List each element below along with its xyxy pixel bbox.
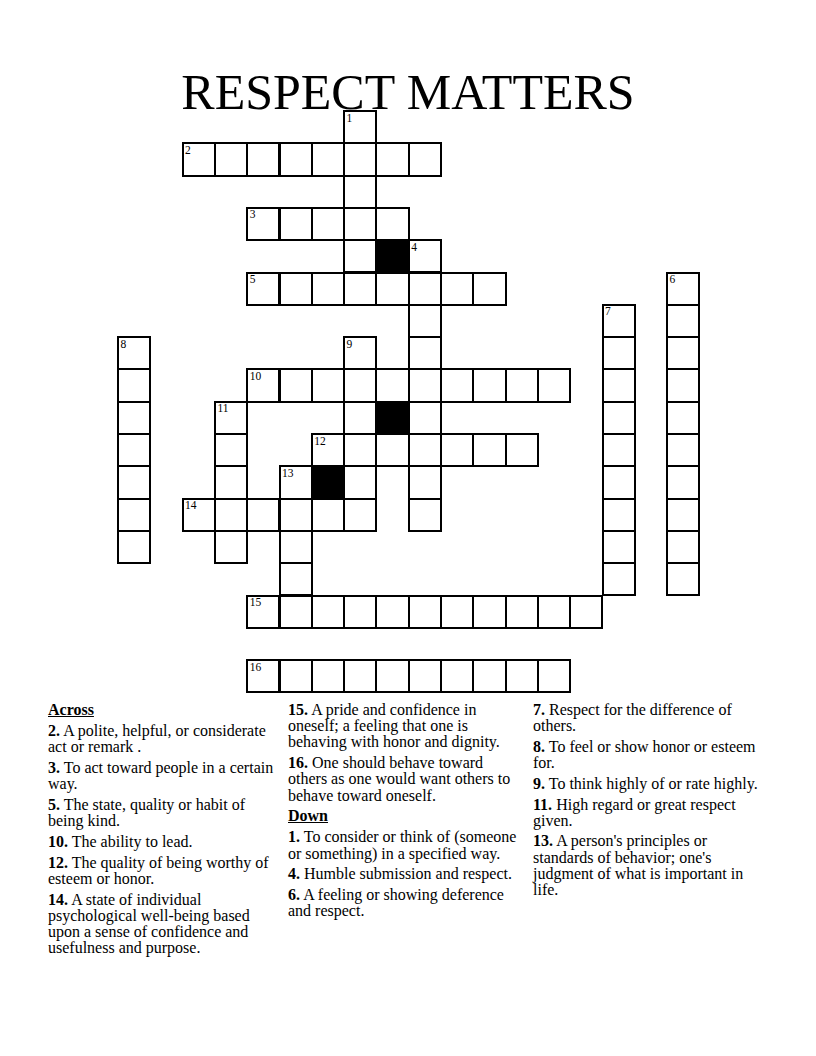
clue-text: To think highly of or rate highly. (549, 775, 758, 792)
clue-number: 7. (533, 701, 545, 718)
clue-text: A polite, helpful, or considerate act or… (48, 722, 266, 755)
cell-number-5: 5 (250, 274, 256, 286)
clue-number: 4. (288, 865, 300, 882)
clue-column-3: 7. Respect for the difference of others.… (533, 702, 761, 903)
grid-cell-r1c3[interactable] (214, 142, 248, 176)
clue-number: 10. (48, 833, 68, 850)
grid-cell-r11c9[interactable] (408, 465, 442, 499)
grid-cell-r9c15[interactable] (602, 401, 636, 435)
grid-cell-r11c3[interactable] (214, 465, 248, 499)
clue-column-2: 15. A pride and confidence in oneself; a… (288, 702, 517, 924)
clue-16: 16. One should behave toward others as o… (288, 755, 517, 804)
grid-cell-r6c9[interactable] (408, 304, 442, 338)
clue-text: The state, quality or habit of being kin… (48, 796, 245, 829)
cell-number-8: 8 (121, 339, 127, 351)
grid-cell-r8c12[interactable] (505, 368, 539, 402)
clue-text: A person's principles or standards of be… (533, 832, 743, 898)
clue-4: 4. Humble submission and respect. (288, 866, 517, 882)
clue-12: 12. The quality of being worthy of estee… (48, 855, 279, 887)
grid-cell-r17c12[interactable] (505, 659, 539, 693)
cell-number-11: 11 (217, 403, 228, 415)
clue-column-1: Across2. A polite, helpful, or considera… (48, 702, 279, 961)
clue-text: High regard or great respect given. (533, 796, 736, 829)
clue-number: 6. (288, 886, 300, 903)
clue-number: 2. (48, 722, 60, 739)
grid-cell-r6c17[interactable] (666, 304, 700, 338)
clue-15: 15. A pride and confidence in oneself; a… (288, 702, 517, 751)
grid-cell-r8c0[interactable] (117, 368, 151, 402)
clue-text: The quality of being worthy of esteem or… (48, 854, 269, 887)
grid-cell-r8c8[interactable] (375, 368, 409, 402)
grid-cell-r14c17[interactable] (666, 562, 700, 596)
grid-cell-r11c15[interactable] (602, 465, 636, 499)
cell-number-1: 1 (347, 113, 353, 125)
grid-cell-r5c11[interactable] (472, 272, 506, 306)
grid-cell-r15c6[interactable] (311, 595, 345, 629)
grid-cell-r3c5[interactable] (279, 207, 313, 241)
grid-cell-r10c17[interactable] (666, 433, 700, 467)
clue-number: 14. (48, 891, 68, 908)
grid-cell-r1c7[interactable] (343, 142, 377, 176)
clue-number: 8. (533, 738, 545, 755)
grid-cell-r15c8[interactable] (375, 595, 409, 629)
grid-cell-r1c9[interactable] (408, 142, 442, 176)
grid-cell-r8c10[interactable] (440, 368, 474, 402)
grid-cell-r12c6[interactable] (311, 498, 345, 532)
grid-cell-r10c12[interactable] (505, 433, 539, 467)
grid-cell-r4c7[interactable] (343, 239, 377, 273)
grid-cell-r14c15[interactable] (602, 562, 636, 596)
clue-text: Respect for the difference of others. (533, 701, 732, 734)
grid-cell-r11c17[interactable] (666, 465, 700, 499)
grid-cell-r10c9[interactable] (408, 433, 442, 467)
grid-cell-r8c5[interactable] (279, 368, 313, 402)
grid-cell-r12c5[interactable] (279, 498, 313, 532)
grid-cell-r17c11[interactable] (472, 659, 506, 693)
clue-number: 15. (288, 701, 308, 718)
grid-cell-r3c6[interactable] (311, 207, 345, 241)
grid-cell-r10c10[interactable] (440, 433, 474, 467)
grid-cell-r8c17[interactable] (666, 368, 700, 402)
clue-number: 11. (533, 796, 552, 813)
clue-number: 16. (288, 754, 308, 771)
clue-text: The ability to lead. (72, 833, 193, 850)
grid-cell-r5c8[interactable] (375, 272, 409, 306)
grid-cell-r17c7[interactable] (343, 659, 377, 693)
clue-number: 3. (48, 759, 60, 776)
black-cell-r4c8 (375, 239, 409, 273)
grid-cell-r15c5[interactable] (279, 595, 313, 629)
clue-number: 13. (533, 832, 553, 849)
grid-cell-r9c17[interactable] (666, 401, 700, 435)
grid-cell-r15c9[interactable] (408, 595, 442, 629)
grid-cell-r15c10[interactable] (440, 595, 474, 629)
grid-cell-r8c6[interactable] (311, 368, 345, 402)
crossword-grid: 12345678910111213141516 (117, 110, 701, 694)
clue-number: 9. (533, 775, 545, 792)
grid-cell-r14c5[interactable] (279, 562, 313, 596)
clue-8: 8. To feel or show honor or esteem for. (533, 739, 761, 771)
grid-cell-r12c9[interactable] (408, 498, 442, 532)
grid-cell-r10c8[interactable] (375, 433, 409, 467)
clue-text: A state of individual psychological well… (48, 891, 250, 957)
cell-number-12: 12 (314, 436, 326, 448)
grid-cell-r2c7[interactable] (343, 175, 377, 209)
clue-7: 7. Respect for the difference of others. (533, 702, 761, 734)
clue-1: 1. To consider or think of (someone or s… (288, 829, 517, 861)
clue-text: To act toward people in a certain way. (48, 759, 273, 792)
grid-cell-r13c5[interactable] (279, 530, 313, 564)
grid-cell-r10c11[interactable] (472, 433, 506, 467)
grid-cell-r12c0[interactable] (117, 498, 151, 532)
cell-number-13: 13 (282, 468, 294, 480)
clue-2: 2. A polite, helpful, or considerate act… (48, 723, 279, 755)
grid-cell-r3c7[interactable] (343, 207, 377, 241)
grid-cell-r8c7[interactable] (343, 368, 377, 402)
cell-number-16: 16 (250, 662, 262, 674)
clue-heading-across: Across (48, 702, 279, 718)
cell-number-6: 6 (670, 274, 676, 286)
grid-cell-r15c14[interactable] (569, 595, 603, 629)
grid-cell-r12c17[interactable] (666, 498, 700, 532)
cell-number-15: 15 (250, 597, 262, 609)
grid-cell-r15c13[interactable] (537, 595, 571, 629)
clue-number: 5. (48, 796, 60, 813)
grid-cell-r8c9[interactable] (408, 368, 442, 402)
black-cell-r11c6 (311, 465, 345, 499)
grid-cell-r11c7[interactable] (343, 465, 377, 499)
grid-cell-r13c15[interactable] (602, 530, 636, 564)
grid-cell-r1c6[interactable] (311, 142, 345, 176)
grid-cell-r17c5[interactable] (279, 659, 313, 693)
grid-cell-r17c6[interactable] (311, 659, 345, 693)
cell-number-4: 4 (411, 242, 417, 254)
grid-cell-r7c17[interactable] (666, 336, 700, 370)
black-cell-r9c8 (375, 401, 409, 435)
grid-cell-r11c0[interactable] (117, 465, 151, 499)
grid-cell-r8c15[interactable] (602, 368, 636, 402)
grid-cell-r12c7[interactable] (343, 498, 377, 532)
clue-9: 9. To think highly of or rate highly. (533, 776, 761, 792)
grid-cell-r17c9[interactable] (408, 659, 442, 693)
grid-cell-r10c0[interactable] (117, 433, 151, 467)
grid-cell-r1c8[interactable] (375, 142, 409, 176)
clue-5: 5. The state, quality or habit of being … (48, 797, 279, 829)
grid-cell-r5c9[interactable] (408, 272, 442, 306)
clue-text: To feel or show honor or esteem for. (533, 738, 756, 771)
grid-cell-r1c4[interactable] (246, 142, 280, 176)
clue-number: 1. (288, 828, 300, 845)
grid-cell-r13c3[interactable] (214, 530, 248, 564)
clue-13: 13. A person's principles or standards o… (533, 833, 761, 898)
grid-cell-r12c15[interactable] (602, 498, 636, 532)
grid-cell-r5c10[interactable] (440, 272, 474, 306)
cell-number-9: 9 (347, 339, 353, 351)
grid-cell-r15c11[interactable] (472, 595, 506, 629)
grid-cell-r12c4[interactable] (246, 498, 280, 532)
grid-cell-r10c15[interactable] (602, 433, 636, 467)
grid-cell-r17c8[interactable] (375, 659, 409, 693)
cell-number-7: 7 (605, 306, 611, 318)
grid-cell-r17c13[interactable] (537, 659, 571, 693)
clue-text: One should behave toward others as one w… (288, 754, 510, 803)
cell-number-10: 10 (250, 371, 262, 383)
clue-text: To consider or think of (someone or some… (288, 828, 516, 861)
clue-3: 3. To act toward people in a certain way… (48, 760, 279, 792)
clue-14: 14. A state of individual psychological … (48, 892, 279, 957)
clue-11: 11. High regard or great respect given. (533, 797, 761, 829)
grid-cell-r8c13[interactable] (537, 368, 571, 402)
grid-cell-r13c17[interactable] (666, 530, 700, 564)
cell-number-2: 2 (185, 145, 191, 157)
grid-cell-r10c7[interactable] (343, 433, 377, 467)
grid-cell-r17c10[interactable] (440, 659, 474, 693)
grid-cell-r12c3[interactable] (214, 498, 248, 532)
puzzle-title: RESPECT MATTERS (0, 67, 816, 117)
cell-number-3: 3 (250, 209, 256, 221)
grid-cell-r9c9[interactable] (408, 401, 442, 435)
grid-cell-r8c11[interactable] (472, 368, 506, 402)
clue-text: A feeling or showing deference and respe… (288, 886, 504, 919)
grid-cell-r7c9[interactable] (408, 336, 442, 370)
clue-10: 10. The ability to lead. (48, 834, 279, 850)
grid-cell-r5c6[interactable] (311, 272, 345, 306)
grid-cell-r9c0[interactable] (117, 401, 151, 435)
grid-cell-r5c5[interactable] (279, 272, 313, 306)
clue-6: 6. A feeling or showing deference and re… (288, 887, 517, 919)
grid-cell-r13c0[interactable] (117, 530, 151, 564)
grid-cell-r15c12[interactable] (505, 595, 539, 629)
grid-cell-r5c7[interactable] (343, 272, 377, 306)
grid-cell-r1c5[interactable] (279, 142, 313, 176)
grid-cell-r15c7[interactable] (343, 595, 377, 629)
clue-heading-down: Down (288, 808, 517, 824)
grid-cell-r10c3[interactable] (214, 433, 248, 467)
grid-cell-r7c15[interactable] (602, 336, 636, 370)
grid-cell-r3c8[interactable] (375, 207, 409, 241)
clue-text: Humble submission and respect. (304, 865, 512, 882)
grid-cell-r9c7[interactable] (343, 401, 377, 435)
clue-number: 12. (48, 854, 68, 871)
cell-number-14: 14 (185, 500, 197, 512)
clue-text: A pride and confidence in oneself; a fee… (288, 701, 500, 750)
page: { "game": "crossword", "title": "RESPECT… (0, 0, 816, 1056)
